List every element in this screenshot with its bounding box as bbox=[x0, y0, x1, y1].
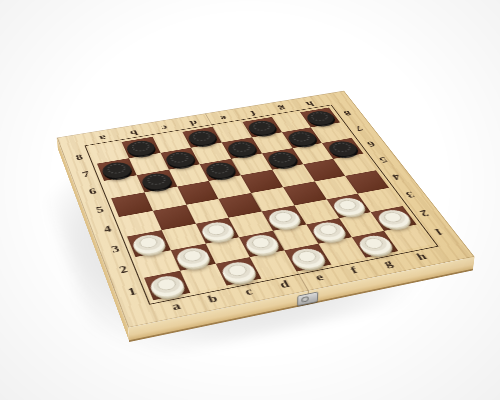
square[interactable]: ● bbox=[170, 243, 215, 271]
checker-glyph: ● bbox=[266, 155, 296, 160]
square[interactable]: ● bbox=[195, 217, 239, 243]
white-checker[interactable]: ● bbox=[371, 206, 417, 231]
square[interactable]: ● bbox=[215, 257, 261, 285]
square[interactable]: ● bbox=[239, 230, 284, 257]
checker-glyph: ● bbox=[327, 145, 356, 150]
square[interactable] bbox=[119, 211, 161, 237]
rank-label: 2 bbox=[404, 201, 443, 224]
square[interactable] bbox=[161, 224, 205, 250]
white-checker[interactable]: ● bbox=[195, 217, 239, 243]
square[interactable]: ● bbox=[144, 271, 190, 300]
checkers-board: abcdefgh abcdefgh 87654321 87654321 ●●●●… bbox=[57, 91, 475, 328]
square[interactable] bbox=[153, 205, 196, 230]
checker-glyph: ● bbox=[332, 202, 363, 208]
checker-glyph: ● bbox=[186, 134, 216, 139]
square[interactable]: ● bbox=[326, 193, 371, 217]
checker-glyph: ● bbox=[305, 114, 333, 119]
checker-glyph: ● bbox=[244, 239, 277, 245]
rank-label: 2 bbox=[106, 257, 142, 284]
checker-glyph: ● bbox=[200, 226, 233, 232]
white-checker[interactable]: ● bbox=[352, 231, 399, 258]
checker-glyph: ● bbox=[247, 124, 276, 129]
square[interactable] bbox=[318, 237, 365, 264]
white-checker[interactable]: ● bbox=[262, 205, 306, 230]
square[interactable] bbox=[186, 199, 229, 224]
rank-label: 3 bbox=[98, 237, 133, 263]
white-checker[interactable]: ● bbox=[127, 230, 170, 257]
square[interactable] bbox=[384, 225, 431, 251]
checker-glyph: ● bbox=[290, 253, 324, 260]
rank-label: 1 bbox=[419, 219, 459, 244]
square[interactable] bbox=[111, 193, 152, 217]
checker-glyph: ● bbox=[358, 240, 391, 246]
square[interactable] bbox=[273, 224, 318, 250]
checker-glyph: ● bbox=[267, 214, 299, 220]
square[interactable]: ● bbox=[284, 244, 331, 272]
square[interactable]: ● bbox=[262, 205, 306, 230]
square[interactable] bbox=[229, 211, 273, 237]
square[interactable] bbox=[205, 237, 250, 264]
checker-glyph: ● bbox=[220, 267, 255, 274]
rank-label: 4 bbox=[91, 217, 125, 241]
square[interactable]: ● bbox=[306, 218, 352, 244]
checker-glyph: ● bbox=[312, 226, 344, 232]
checker-glyph: ● bbox=[140, 177, 172, 183]
checker-glyph: ● bbox=[226, 144, 256, 149]
square[interactable] bbox=[294, 199, 338, 224]
square[interactable]: ● bbox=[352, 231, 399, 258]
checker-glyph: ● bbox=[148, 281, 184, 288]
checker-glyph: ● bbox=[164, 155, 195, 160]
checker-glyph: ● bbox=[175, 252, 209, 259]
checker-glyph: ● bbox=[204, 166, 235, 171]
white-checker[interactable]: ● bbox=[326, 193, 371, 217]
square[interactable] bbox=[180, 264, 226, 293]
white-checker[interactable]: ● bbox=[170, 243, 215, 271]
square[interactable]: ● bbox=[371, 206, 417, 231]
rank-label: 3 bbox=[391, 183, 429, 205]
checker-glyph: ● bbox=[100, 166, 132, 171]
photo-stage: abcdefgh abcdefgh 87654321 87654321 ●●●●… bbox=[0, 0, 500, 400]
checker-glyph: ● bbox=[286, 134, 315, 139]
white-checker[interactable]: ● bbox=[144, 271, 190, 300]
white-checker[interactable]: ● bbox=[239, 230, 284, 257]
checker-glyph: ● bbox=[125, 144, 156, 149]
white-checker[interactable]: ● bbox=[284, 244, 331, 272]
square[interactable] bbox=[135, 250, 180, 278]
square[interactable] bbox=[219, 193, 262, 217]
square[interactable]: ● bbox=[127, 230, 170, 257]
rank-label: 5 bbox=[84, 199, 117, 222]
white-checker[interactable]: ● bbox=[215, 257, 261, 285]
rank-label: 6 bbox=[77, 181, 110, 203]
square[interactable] bbox=[339, 212, 385, 238]
rank-label: 1 bbox=[114, 278, 151, 306]
checker-glyph: ● bbox=[377, 214, 408, 220]
white-checker[interactable]: ● bbox=[306, 218, 352, 244]
square[interactable] bbox=[250, 251, 296, 279]
checker-glyph: ● bbox=[131, 239, 165, 245]
